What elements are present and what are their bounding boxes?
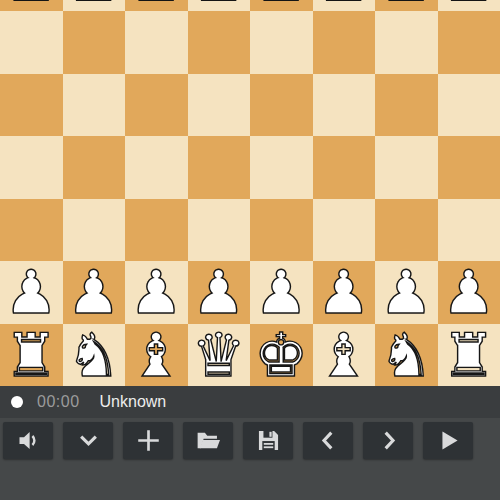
square-e6[interactable] [250, 11, 313, 74]
white-to-move-indicator [11, 396, 23, 408]
square-d7[interactable]: ♟ [188, 0, 251, 11]
square-h5[interactable] [438, 74, 500, 137]
black-pawn-piece: ♟ [379, 0, 433, 10]
game-clock: 00:00 [37, 393, 80, 411]
white-pawn-piece: ♟ [129, 262, 183, 322]
square-e1[interactable]: ♚ [250, 324, 313, 387]
square-b4[interactable] [63, 136, 126, 199]
square-g4[interactable] [375, 136, 438, 199]
square-h3[interactable] [438, 199, 500, 262]
square-d1[interactable]: ♛ [188, 324, 251, 387]
black-pawn-piece: ♟ [317, 0, 371, 10]
square-e5[interactable] [250, 74, 313, 137]
floppy-disk-icon [255, 427, 282, 454]
square-b5[interactable] [63, 74, 126, 137]
white-knight-piece: ♞ [379, 325, 433, 385]
square-b2[interactable]: ♟ [63, 261, 126, 324]
square-g2[interactable]: ♟ [375, 261, 438, 324]
square-c2[interactable]: ♟ [125, 261, 188, 324]
square-a6[interactable] [0, 11, 63, 74]
square-b6[interactable] [63, 11, 126, 74]
square-b1[interactable]: ♞ [63, 324, 126, 387]
square-d3[interactable] [188, 199, 251, 262]
square-f2[interactable]: ♟ [313, 261, 376, 324]
white-pawn-piece: ♟ [4, 262, 58, 322]
white-rook-piece: ♜ [4, 325, 58, 385]
sound-toggle-button[interactable] [3, 422, 53, 459]
white-pawn-piece: ♟ [67, 262, 121, 322]
black-pawn-piece: ♟ [4, 0, 58, 10]
plus-icon [134, 426, 163, 455]
square-g6[interactable] [375, 11, 438, 74]
white-king-piece: ♚ [254, 325, 308, 385]
square-b3[interactable] [63, 199, 126, 262]
square-e4[interactable] [250, 136, 313, 199]
player-name: Unknown [100, 393, 167, 411]
square-f1[interactable]: ♝ [313, 324, 376, 387]
chess-board: ♜♞♝♛♚♝♞♜♟♟♟♟♟♟♟♟♟♟♟♟♟♟♟♟♜♞♝♛♚♝♞♜ [0, 0, 500, 386]
move-back-button[interactable] [303, 422, 353, 459]
square-d6[interactable] [188, 11, 251, 74]
board-grid: ♜♞♝♛♚♝♞♜♟♟♟♟♟♟♟♟♟♟♟♟♟♟♟♟♜♞♝♛♚♝♞♜ [0, 0, 500, 386]
chevron-down-icon [75, 427, 102, 454]
square-a4[interactable] [0, 136, 63, 199]
toolbar-row [0, 418, 500, 459]
white-queen-piece: ♛ [192, 325, 246, 385]
move-forward-button[interactable] [363, 422, 413, 459]
white-pawn-piece: ♟ [442, 262, 496, 322]
square-g3[interactable] [375, 199, 438, 262]
black-pawn-piece: ♟ [67, 0, 121, 10]
square-e2[interactable]: ♟ [250, 261, 313, 324]
square-c5[interactable] [125, 74, 188, 137]
square-h6[interactable] [438, 11, 500, 74]
square-c3[interactable] [125, 199, 188, 262]
chevron-right-icon [375, 427, 402, 454]
folder-open-icon [194, 426, 223, 455]
chevron-left-icon [315, 427, 342, 454]
square-c1[interactable]: ♝ [125, 324, 188, 387]
expand-menu-button[interactable] [63, 422, 113, 459]
black-pawn-piece: ♟ [254, 0, 308, 10]
white-bishop-piece: ♝ [317, 325, 371, 385]
black-pawn-piece: ♟ [192, 0, 246, 10]
white-pawn-piece: ♟ [317, 262, 371, 322]
toolbar [0, 418, 500, 500]
white-knight-piece: ♞ [67, 325, 121, 385]
play-icon [434, 426, 463, 455]
new-game-button[interactable] [123, 422, 173, 459]
square-g5[interactable] [375, 74, 438, 137]
chess-app-screen: ♜♞♝♛♚♝♞♜♟♟♟♟♟♟♟♟♟♟♟♟♟♟♟♟♜♞♝♛♚♝♞♜ 00:00 U… [0, 0, 500, 500]
status-bar: 00:00 Unknown [0, 386, 500, 418]
square-f4[interactable] [313, 136, 376, 199]
white-rook-piece: ♜ [442, 325, 496, 385]
square-h4[interactable] [438, 136, 500, 199]
play-engine-button[interactable] [423, 422, 473, 459]
square-d5[interactable] [188, 74, 251, 137]
square-c4[interactable] [125, 136, 188, 199]
square-f5[interactable] [313, 74, 376, 137]
square-a3[interactable] [0, 199, 63, 262]
square-f3[interactable] [313, 199, 376, 262]
square-c7[interactable]: ♟ [125, 0, 188, 11]
save-game-button[interactable] [243, 422, 293, 459]
square-c6[interactable] [125, 11, 188, 74]
square-b7[interactable]: ♟ [63, 0, 126, 11]
square-h2[interactable]: ♟ [438, 261, 500, 324]
square-h1[interactable]: ♜ [438, 324, 500, 387]
white-pawn-piece: ♟ [192, 262, 246, 322]
white-pawn-piece: ♟ [379, 262, 433, 322]
square-a1[interactable]: ♜ [0, 324, 63, 387]
square-g7[interactable]: ♟ [375, 0, 438, 11]
square-d4[interactable] [188, 136, 251, 199]
square-f7[interactable]: ♟ [313, 0, 376, 11]
black-pawn-piece: ♟ [442, 0, 496, 10]
black-pawn-piece: ♟ [129, 0, 183, 10]
white-bishop-piece: ♝ [129, 325, 183, 385]
square-a7[interactable]: ♟ [0, 0, 63, 11]
square-e3[interactable] [250, 199, 313, 262]
square-e7[interactable]: ♟ [250, 0, 313, 11]
square-f6[interactable] [313, 11, 376, 74]
square-g1[interactable]: ♞ [375, 324, 438, 387]
open-file-button[interactable] [183, 422, 233, 459]
square-d2[interactable]: ♟ [188, 261, 251, 324]
square-a2[interactable]: ♟ [0, 261, 63, 324]
square-a5[interactable] [0, 74, 63, 137]
white-pawn-piece: ♟ [254, 262, 308, 322]
square-h7[interactable]: ♟ [438, 0, 500, 11]
speaker-icon [15, 427, 42, 454]
